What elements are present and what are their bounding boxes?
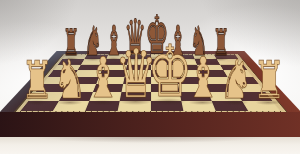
white-rook-icon: ♜ bbox=[253, 54, 285, 106]
chess-set-photo: ♜♞♝♛♚♝♞♜♜♞♝♛♚♝♞♜ bbox=[0, 0, 300, 154]
piece-white-rook-h1: ♜ bbox=[248, 57, 289, 103]
pieces-layer: ♜♞♝♛♚♝♞♜♜♞♝♛♚♝♞♜ bbox=[0, 0, 300, 154]
